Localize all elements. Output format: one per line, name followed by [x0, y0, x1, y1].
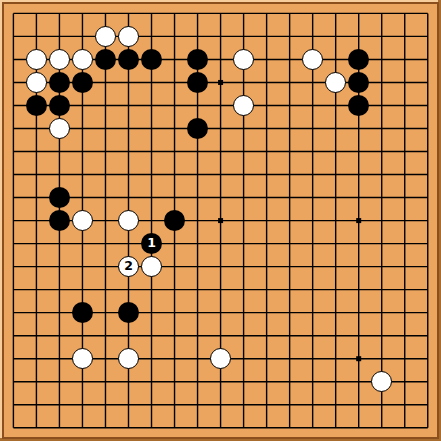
intersection[interactable] [25, 416, 48, 439]
intersection[interactable] [140, 255, 163, 278]
intersection[interactable] [71, 232, 94, 255]
intersection[interactable] [347, 393, 370, 416]
intersection[interactable] [25, 186, 48, 209]
intersection[interactable] [278, 324, 301, 347]
intersection[interactable] [255, 48, 278, 71]
intersection[interactable] [324, 301, 347, 324]
intersection[interactable] [163, 301, 186, 324]
intersection[interactable] [140, 140, 163, 163]
intersection[interactable] [393, 324, 416, 347]
intersection[interactable] [232, 278, 255, 301]
intersection[interactable] [393, 255, 416, 278]
intersection[interactable] [232, 186, 255, 209]
intersection[interactable] [94, 163, 117, 186]
intersection[interactable] [140, 25, 163, 48]
intersection[interactable] [25, 117, 48, 140]
intersection[interactable] [117, 370, 140, 393]
intersection[interactable] [301, 163, 324, 186]
intersection[interactable] [117, 393, 140, 416]
intersection[interactable] [25, 71, 48, 94]
intersection[interactable] [71, 255, 94, 278]
intersection[interactable] [48, 71, 71, 94]
intersection[interactable] [25, 48, 48, 71]
intersection[interactable] [25, 2, 48, 25]
intersection[interactable] [416, 255, 439, 278]
intersection[interactable] [255, 370, 278, 393]
intersection[interactable] [347, 324, 370, 347]
intersection[interactable] [48, 301, 71, 324]
intersection[interactable] [255, 416, 278, 439]
intersection[interactable] [48, 48, 71, 71]
intersection[interactable] [347, 140, 370, 163]
intersection[interactable] [255, 209, 278, 232]
intersection[interactable] [71, 186, 94, 209]
intersection[interactable] [94, 209, 117, 232]
intersection[interactable] [48, 117, 71, 140]
intersection[interactable] [2, 347, 25, 370]
intersection[interactable] [2, 255, 25, 278]
intersection[interactable] [416, 48, 439, 71]
intersection[interactable] [117, 140, 140, 163]
intersection[interactable] [48, 393, 71, 416]
intersection[interactable] [416, 94, 439, 117]
intersection[interactable] [2, 163, 25, 186]
intersection[interactable] [209, 209, 232, 232]
intersection[interactable] [393, 71, 416, 94]
intersection[interactable] [255, 94, 278, 117]
intersection[interactable] [278, 2, 301, 25]
intersection[interactable] [94, 94, 117, 117]
intersection[interactable] [255, 71, 278, 94]
intersection[interactable] [232, 232, 255, 255]
intersection[interactable] [324, 324, 347, 347]
intersection[interactable] [163, 25, 186, 48]
intersection[interactable] [255, 301, 278, 324]
intersection[interactable] [393, 209, 416, 232]
intersection[interactable] [25, 301, 48, 324]
intersection[interactable] [255, 393, 278, 416]
intersection[interactable] [278, 140, 301, 163]
intersection[interactable] [301, 324, 324, 347]
intersection[interactable] [347, 209, 370, 232]
intersection[interactable] [2, 232, 25, 255]
intersection[interactable] [71, 2, 94, 25]
intersection[interactable] [393, 301, 416, 324]
intersection[interactable] [117, 25, 140, 48]
intersection[interactable] [301, 278, 324, 301]
intersection[interactable] [186, 393, 209, 416]
intersection[interactable] [25, 370, 48, 393]
intersection[interactable] [209, 94, 232, 117]
intersection[interactable] [186, 48, 209, 71]
intersection[interactable] [370, 117, 393, 140]
intersection[interactable] [117, 48, 140, 71]
intersection[interactable] [232, 140, 255, 163]
intersection[interactable] [186, 94, 209, 117]
intersection[interactable] [48, 324, 71, 347]
intersection[interactable] [324, 71, 347, 94]
intersection[interactable] [186, 255, 209, 278]
intersection[interactable] [393, 140, 416, 163]
intersection[interactable] [209, 48, 232, 71]
intersection[interactable] [117, 278, 140, 301]
intersection[interactable] [25, 140, 48, 163]
intersection[interactable] [2, 94, 25, 117]
intersection[interactable] [393, 370, 416, 393]
intersection[interactable] [232, 255, 255, 278]
intersection[interactable] [370, 393, 393, 416]
intersection[interactable] [209, 2, 232, 25]
intersection[interactable] [186, 186, 209, 209]
intersection[interactable] [2, 416, 25, 439]
intersection[interactable] [163, 232, 186, 255]
intersection[interactable] [25, 163, 48, 186]
intersection[interactable] [71, 278, 94, 301]
intersection[interactable] [416, 347, 439, 370]
intersection[interactable] [232, 370, 255, 393]
intersection[interactable] [278, 117, 301, 140]
intersection[interactable] [209, 324, 232, 347]
intersection[interactable] [370, 209, 393, 232]
intersection[interactable] [301, 25, 324, 48]
intersection[interactable] [140, 117, 163, 140]
intersection[interactable] [48, 2, 71, 25]
intersection[interactable] [140, 393, 163, 416]
intersection[interactable] [278, 278, 301, 301]
intersection[interactable] [393, 278, 416, 301]
intersection[interactable] [48, 232, 71, 255]
intersection[interactable] [140, 278, 163, 301]
intersection[interactable] [48, 347, 71, 370]
intersection[interactable] [71, 370, 94, 393]
intersection[interactable] [301, 94, 324, 117]
intersection[interactable] [324, 255, 347, 278]
intersection[interactable] [94, 370, 117, 393]
intersection[interactable] [255, 186, 278, 209]
intersection[interactable] [71, 209, 94, 232]
intersection[interactable] [324, 117, 347, 140]
intersection[interactable] [255, 117, 278, 140]
intersection[interactable] [232, 163, 255, 186]
intersection[interactable] [347, 278, 370, 301]
intersection[interactable] [301, 140, 324, 163]
intersection[interactable] [25, 209, 48, 232]
intersection[interactable] [416, 209, 439, 232]
intersection[interactable] [209, 25, 232, 48]
intersection[interactable] [347, 25, 370, 48]
intersection[interactable] [278, 209, 301, 232]
intersection[interactable] [301, 48, 324, 71]
intersection[interactable] [255, 255, 278, 278]
intersection[interactable] [117, 301, 140, 324]
intersection[interactable] [163, 94, 186, 117]
intersection[interactable] [48, 370, 71, 393]
intersection[interactable] [25, 255, 48, 278]
intersection[interactable] [209, 370, 232, 393]
intersection[interactable] [163, 163, 186, 186]
intersection[interactable] [347, 94, 370, 117]
intersection[interactable] [416, 301, 439, 324]
intersection[interactable] [117, 347, 140, 370]
intersection[interactable] [2, 2, 25, 25]
intersection[interactable] [370, 301, 393, 324]
intersection[interactable] [209, 140, 232, 163]
intersection[interactable] [278, 48, 301, 71]
intersection[interactable] [25, 324, 48, 347]
intersection[interactable] [301, 117, 324, 140]
intersection[interactable] [186, 140, 209, 163]
intersection[interactable] [209, 71, 232, 94]
intersection[interactable] [163, 209, 186, 232]
intersection[interactable] [209, 393, 232, 416]
intersection[interactable] [347, 370, 370, 393]
intersection[interactable] [393, 393, 416, 416]
intersection[interactable] [255, 278, 278, 301]
intersection[interactable] [94, 71, 117, 94]
intersection[interactable] [301, 209, 324, 232]
intersection[interactable] [163, 48, 186, 71]
intersection[interactable] [370, 255, 393, 278]
intersection[interactable] [324, 163, 347, 186]
intersection[interactable] [278, 416, 301, 439]
intersection[interactable] [117, 209, 140, 232]
intersection[interactable] [2, 71, 25, 94]
intersection[interactable] [301, 416, 324, 439]
intersection[interactable] [117, 186, 140, 209]
intersection[interactable] [347, 255, 370, 278]
intersection[interactable] [232, 347, 255, 370]
intersection[interactable] [117, 94, 140, 117]
intersection[interactable] [301, 255, 324, 278]
intersection[interactable] [2, 25, 25, 48]
intersection[interactable] [48, 140, 71, 163]
intersection[interactable] [324, 209, 347, 232]
intersection[interactable] [278, 71, 301, 94]
intersection[interactable] [94, 324, 117, 347]
intersection[interactable] [370, 48, 393, 71]
intersection[interactable] [186, 209, 209, 232]
intersection[interactable] [71, 393, 94, 416]
intersection[interactable] [278, 94, 301, 117]
intersection[interactable] [324, 48, 347, 71]
intersection[interactable] [232, 324, 255, 347]
intersection[interactable] [255, 232, 278, 255]
intersection[interactable] [416, 117, 439, 140]
intersection[interactable] [347, 416, 370, 439]
intersection[interactable] [393, 416, 416, 439]
intersection[interactable] [301, 232, 324, 255]
intersection[interactable] [347, 71, 370, 94]
intersection[interactable] [140, 71, 163, 94]
intersection[interactable] [324, 347, 347, 370]
intersection[interactable] [117, 324, 140, 347]
intersection[interactable] [209, 163, 232, 186]
intersection[interactable] [324, 370, 347, 393]
intersection[interactable] [347, 117, 370, 140]
intersection[interactable] [324, 2, 347, 25]
intersection[interactable] [255, 2, 278, 25]
intersection[interactable] [2, 140, 25, 163]
intersection[interactable] [347, 48, 370, 71]
intersection[interactable] [71, 301, 94, 324]
intersection[interactable] [140, 94, 163, 117]
intersection[interactable] [232, 2, 255, 25]
intersection[interactable] [324, 232, 347, 255]
intersection[interactable] [393, 25, 416, 48]
intersection[interactable] [324, 140, 347, 163]
intersection[interactable] [94, 25, 117, 48]
intersection[interactable] [232, 416, 255, 439]
intersection[interactable] [370, 370, 393, 393]
intersection[interactable] [48, 255, 71, 278]
intersection[interactable] [393, 117, 416, 140]
intersection[interactable] [48, 163, 71, 186]
intersection[interactable] [416, 232, 439, 255]
intersection[interactable] [255, 347, 278, 370]
intersection[interactable] [186, 232, 209, 255]
intersection[interactable] [94, 48, 117, 71]
intersection[interactable] [209, 416, 232, 439]
intersection[interactable] [25, 94, 48, 117]
intersection[interactable] [301, 71, 324, 94]
intersection[interactable] [163, 393, 186, 416]
intersection[interactable] [25, 278, 48, 301]
intersection[interactable] [324, 416, 347, 439]
intersection[interactable] [301, 393, 324, 416]
intersection[interactable] [94, 301, 117, 324]
intersection[interactable] [278, 163, 301, 186]
intersection[interactable] [140, 324, 163, 347]
intersection[interactable] [370, 25, 393, 48]
intersection[interactable] [71, 416, 94, 439]
intersection[interactable] [186, 71, 209, 94]
intersection[interactable] [209, 255, 232, 278]
intersection[interactable] [71, 48, 94, 71]
intersection[interactable] [117, 71, 140, 94]
intersection[interactable] [347, 2, 370, 25]
intersection[interactable] [370, 140, 393, 163]
intersection[interactable] [2, 393, 25, 416]
intersection[interactable] [301, 347, 324, 370]
intersection[interactable] [25, 393, 48, 416]
intersection[interactable] [393, 2, 416, 25]
intersection[interactable] [324, 94, 347, 117]
intersection[interactable] [370, 2, 393, 25]
intersection[interactable] [393, 347, 416, 370]
intersection[interactable] [255, 163, 278, 186]
intersection[interactable] [94, 278, 117, 301]
intersection[interactable] [71, 347, 94, 370]
intersection[interactable] [324, 25, 347, 48]
intersection[interactable] [140, 301, 163, 324]
intersection[interactable] [163, 2, 186, 25]
intersection[interactable] [370, 278, 393, 301]
intersection[interactable] [186, 163, 209, 186]
intersection[interactable] [163, 278, 186, 301]
intersection[interactable] [393, 232, 416, 255]
intersection[interactable] [209, 347, 232, 370]
intersection[interactable] [71, 117, 94, 140]
intersection[interactable] [301, 301, 324, 324]
intersection[interactable] [370, 186, 393, 209]
intersection[interactable] [2, 278, 25, 301]
intersection[interactable] [140, 347, 163, 370]
intersection[interactable] [163, 416, 186, 439]
intersection[interactable] [94, 2, 117, 25]
intersection[interactable] [232, 25, 255, 48]
intersection[interactable] [71, 324, 94, 347]
intersection[interactable] [416, 278, 439, 301]
intersection[interactable] [94, 117, 117, 140]
intersection[interactable] [163, 347, 186, 370]
intersection[interactable] [2, 117, 25, 140]
intersection[interactable] [117, 2, 140, 25]
intersection[interactable] [48, 94, 71, 117]
intersection[interactable] [416, 140, 439, 163]
intersection[interactable] [186, 301, 209, 324]
intersection[interactable]: 2 [117, 255, 140, 278]
intersection[interactable] [232, 117, 255, 140]
intersection[interactable] [2, 186, 25, 209]
intersection[interactable] [48, 186, 71, 209]
intersection[interactable] [94, 393, 117, 416]
intersection[interactable] [347, 232, 370, 255]
intersection[interactable] [186, 347, 209, 370]
intersection[interactable] [301, 186, 324, 209]
intersection[interactable] [48, 209, 71, 232]
intersection[interactable] [140, 370, 163, 393]
intersection[interactable] [393, 186, 416, 209]
intersection[interactable] [2, 48, 25, 71]
intersection[interactable] [255, 25, 278, 48]
intersection[interactable] [140, 163, 163, 186]
intersection[interactable] [48, 278, 71, 301]
intersection[interactable] [370, 163, 393, 186]
intersection[interactable] [186, 25, 209, 48]
intersection[interactable] [324, 186, 347, 209]
intersection[interactable] [416, 71, 439, 94]
intersection[interactable] [2, 301, 25, 324]
intersection[interactable] [416, 2, 439, 25]
intersection[interactable] [278, 301, 301, 324]
intersection[interactable] [416, 370, 439, 393]
intersection[interactable] [393, 94, 416, 117]
intersection[interactable] [94, 186, 117, 209]
intersection[interactable] [370, 71, 393, 94]
intersection[interactable] [117, 232, 140, 255]
intersection[interactable] [71, 94, 94, 117]
intersection[interactable] [2, 370, 25, 393]
intersection[interactable] [209, 186, 232, 209]
intersection[interactable] [324, 278, 347, 301]
intersection[interactable] [186, 278, 209, 301]
intersection[interactable] [232, 94, 255, 117]
intersection[interactable] [416, 163, 439, 186]
intersection[interactable] [416, 416, 439, 439]
intersection[interactable] [278, 347, 301, 370]
intersection[interactable] [232, 71, 255, 94]
intersection[interactable] [94, 347, 117, 370]
intersection[interactable] [347, 163, 370, 186]
intersection[interactable] [186, 117, 209, 140]
intersection[interactable] [255, 324, 278, 347]
intersection[interactable] [301, 2, 324, 25]
intersection[interactable] [209, 301, 232, 324]
intersection[interactable] [94, 140, 117, 163]
intersection[interactable] [416, 393, 439, 416]
intersection[interactable] [416, 324, 439, 347]
intersection[interactable] [71, 163, 94, 186]
